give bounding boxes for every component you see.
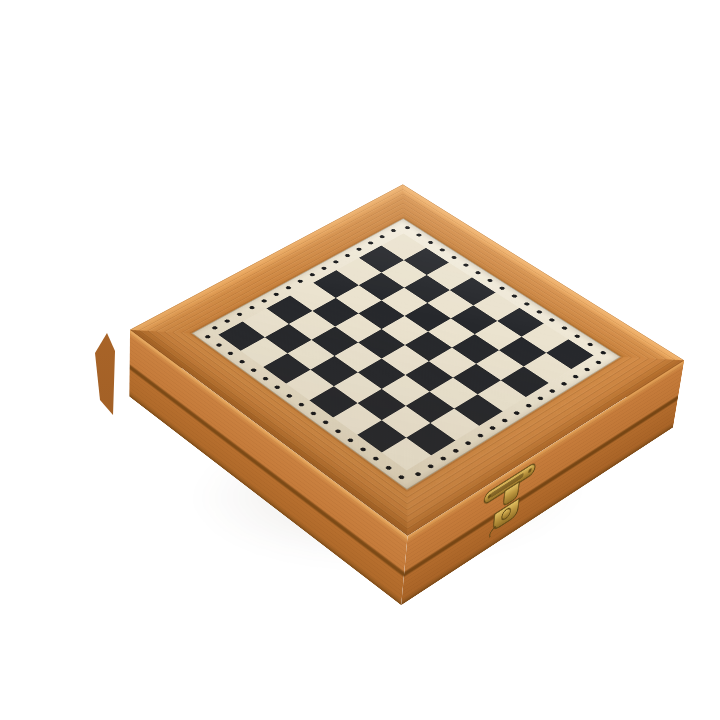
board-square (406, 392, 454, 423)
scene (0, 0, 720, 720)
board-square (478, 380, 526, 411)
board-square (382, 375, 430, 406)
board-square (357, 420, 406, 452)
board-square (286, 370, 334, 401)
board-square (263, 353, 310, 383)
board-square (310, 356, 357, 386)
board-square (405, 361, 453, 391)
board-square (334, 342, 381, 372)
board-square (430, 378, 478, 409)
board-square (406, 423, 455, 455)
board-square (501, 366, 549, 397)
board-square (382, 345, 429, 375)
page-background (0, 0, 720, 720)
board-square (382, 438, 431, 471)
box-lid-top (130, 184, 684, 536)
chess-box (130, 184, 684, 536)
board-square (430, 409, 479, 441)
board-square (524, 353, 572, 383)
board-square (309, 386, 357, 417)
board-square (358, 389, 406, 420)
board-square (476, 350, 523, 380)
board-square (454, 394, 502, 425)
board-square (334, 372, 382, 403)
board-square (429, 348, 476, 378)
board-square (333, 403, 382, 435)
board-square (358, 359, 406, 389)
board-square (382, 406, 431, 438)
board-square (453, 364, 501, 395)
